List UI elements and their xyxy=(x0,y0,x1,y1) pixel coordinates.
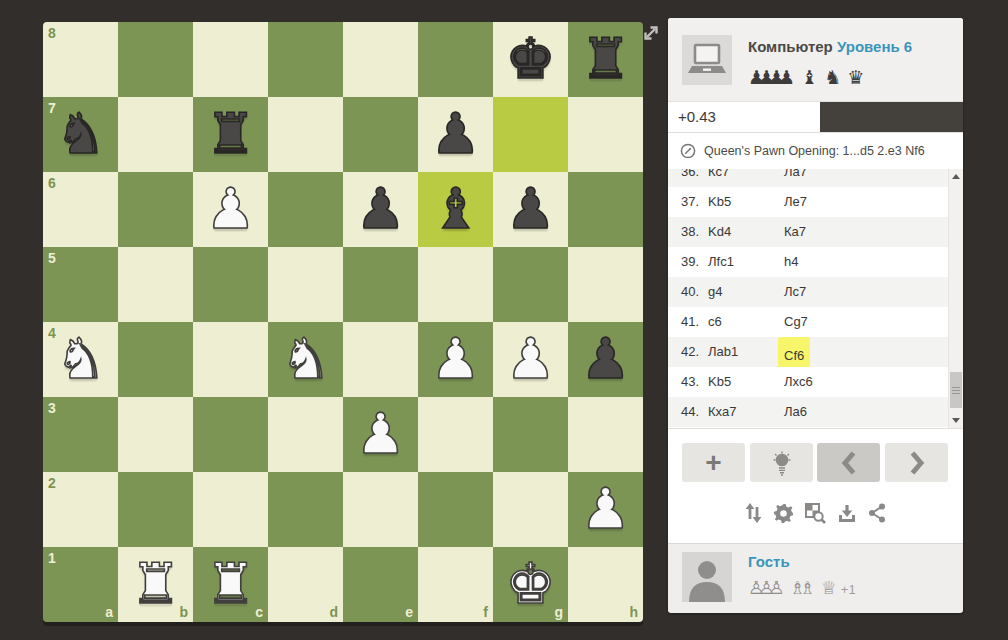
square-e1[interactable]: e xyxy=(343,547,418,622)
plus-icon: + xyxy=(705,445,721,481)
board-analysis-icon xyxy=(805,503,826,524)
rank-label-3: 3 xyxy=(48,400,56,416)
captured-white-pawns: ♙♙♙ xyxy=(748,577,778,598)
scroll-up-arrow-icon xyxy=(952,174,960,179)
white-knight[interactable]: ♞ xyxy=(268,322,343,397)
board: 8♚♜7♞♜♟6♟♟♝♟54♞♞♟♟♟3♟2♟1ab♜c♜defg♚h xyxy=(43,22,643,622)
square-h2[interactable]: ♟ xyxy=(568,472,643,547)
move-number: 39. xyxy=(681,247,699,277)
square-b3[interactable] xyxy=(118,397,193,472)
move-number: 37. xyxy=(681,187,699,217)
black-pawn[interactable]: ♟ xyxy=(418,97,493,172)
square-g1[interactable]: g♚ xyxy=(493,547,568,622)
rank-label-5: 5 xyxy=(48,250,56,266)
black-rook[interactable]: ♜ xyxy=(568,22,643,97)
chevron-left-icon xyxy=(839,450,859,476)
square-b8[interactable] xyxy=(118,22,193,97)
board-analysis-button[interactable] xyxy=(805,503,826,524)
captured-black-knight: ♞ xyxy=(824,66,841,88)
white-move[interactable]: Kb5 xyxy=(708,187,731,217)
square-f7[interactable]: ♟ xyxy=(418,97,493,172)
move-row-44: 44.Кха7Ла6 xyxy=(668,397,949,427)
black-move[interactable]: Лхс6 xyxy=(784,367,813,397)
white-move[interactable]: Kd4 xyxy=(708,217,731,247)
rank-label-8: 8 xyxy=(48,25,56,41)
move-number: 40. xyxy=(681,277,699,307)
square-c5[interactable] xyxy=(193,247,268,322)
person-icon xyxy=(682,552,732,602)
square-b1[interactable]: b♜ xyxy=(118,547,193,622)
square-d5[interactable] xyxy=(268,247,343,322)
square-h6[interactable] xyxy=(568,172,643,247)
flip-board-button[interactable] xyxy=(745,503,762,523)
white-pawn[interactable]: ♟ xyxy=(568,472,643,547)
square-a3[interactable]: 3 xyxy=(43,397,118,472)
black-move[interactable]: Ла6 xyxy=(784,397,807,427)
square-f8[interactable] xyxy=(418,22,493,97)
square-g8[interactable]: ♚ xyxy=(493,22,568,97)
compass-icon xyxy=(680,143,696,159)
square-g7[interactable] xyxy=(493,97,568,172)
white-pawn[interactable]: ♟ xyxy=(418,322,493,397)
side-panel: Компьютер Уровень 6 ♟♟♟♟♝♞♛ +0.43 Queen'… xyxy=(668,18,963,612)
move-row-42: 42.Лab1Cf6 xyxy=(668,337,949,367)
move-number: 43. xyxy=(681,367,699,397)
file-label-d: d xyxy=(329,604,338,620)
opening-name: Queen's Pawn Opening: 1...d5 2.e3 Nf6 xyxy=(704,133,925,169)
square-b6[interactable] xyxy=(118,172,193,247)
rank-label-4: 4 xyxy=(48,325,56,341)
file-label-e: e xyxy=(405,604,413,620)
square-e4[interactable] xyxy=(343,322,418,397)
white-move[interactable]: Лab1 xyxy=(708,337,738,367)
scroll-up-button[interactable] xyxy=(949,169,963,184)
move-number: 41. xyxy=(681,307,699,337)
player-name: Гость xyxy=(748,553,790,570)
square-f6[interactable]: ♝ xyxy=(418,172,493,247)
black-pawn[interactable]: ♟ xyxy=(343,172,418,247)
square-a6[interactable]: 6 xyxy=(43,172,118,247)
opponent-captured-pieces: ♟♟♟♟♝♞♛ xyxy=(748,66,870,88)
square-c6[interactable]: ♟ xyxy=(193,172,268,247)
opponent-header: Компьютер Уровень 6 ♟♟♟♟♝♞♛ xyxy=(668,18,963,102)
settings-button[interactable] xyxy=(774,504,793,523)
captured-white-queen: ♕ xyxy=(821,577,837,598)
black-move[interactable]: Ка7 xyxy=(784,217,806,247)
square-h8[interactable]: ♜ xyxy=(568,22,643,97)
download-button[interactable] xyxy=(838,504,856,523)
scrollbar-grip xyxy=(952,387,960,394)
square-b2[interactable] xyxy=(118,472,193,547)
square-h5[interactable] xyxy=(568,247,643,322)
white-move[interactable]: Kb5 xyxy=(708,367,731,397)
square-a5[interactable]: 5 xyxy=(43,247,118,322)
rank-label-2: 2 xyxy=(48,475,56,491)
opponent-name: Компьютер Уровень 6 xyxy=(748,38,912,55)
scrollbar-thumb[interactable] xyxy=(950,372,962,408)
square-a1[interactable]: 1a xyxy=(43,547,118,622)
black-move[interactable]: h4 xyxy=(784,247,798,277)
black-rook[interactable]: ♜ xyxy=(193,97,268,172)
hint-button[interactable] xyxy=(750,443,813,482)
square-f3[interactable] xyxy=(418,397,493,472)
square-g2[interactable] xyxy=(493,472,568,547)
square-h3[interactable] xyxy=(568,397,643,472)
evaluation-bar-black-portion xyxy=(820,102,963,132)
square-e2[interactable] xyxy=(343,472,418,547)
move-row-43: 43.Kb5Лхс6 xyxy=(668,367,949,397)
captured-white-bishops: ♗♗ xyxy=(789,577,809,598)
square-b4[interactable] xyxy=(118,322,193,397)
square-c7[interactable]: ♜ xyxy=(193,97,268,172)
captured-black-queen: ♛ xyxy=(847,66,864,88)
opponent-name-text: Компьютер xyxy=(748,38,833,55)
white-move[interactable]: Лfc1 xyxy=(708,247,734,277)
square-h4[interactable]: ♟ xyxy=(568,322,643,397)
square-c2[interactable] xyxy=(193,472,268,547)
square-g3[interactable] xyxy=(493,397,568,472)
page: 8♚♜7♞♜♟6♟♟♝♟54♞♞♟♟♟3♟2♟1ab♜c♜defg♚h Комп… xyxy=(0,0,1008,640)
file-label-h: h xyxy=(629,604,638,620)
square-g5[interactable] xyxy=(493,247,568,322)
square-h1[interactable]: h xyxy=(568,547,643,622)
white-move[interactable]: Кха7 xyxy=(708,397,736,427)
player-section: Гость ♙♙♙♗♗♕+1 xyxy=(668,543,963,613)
file-label-g: g xyxy=(554,604,563,620)
square-a8[interactable]: 8 xyxy=(43,22,118,97)
file-label-b: b xyxy=(179,604,188,620)
square-f2[interactable] xyxy=(418,472,493,547)
captured-black-pawns: ♟♟♟♟ xyxy=(748,66,788,88)
move-row-40: 40.g4Лс7 xyxy=(668,277,949,307)
white-move[interactable]: g4 xyxy=(708,277,722,307)
square-f1[interactable]: f xyxy=(418,547,493,622)
move-row-39: 39.Лfc1h4 xyxy=(668,247,949,277)
captured-black-bishop: ♝ xyxy=(801,66,818,88)
move-number: 44. xyxy=(681,397,699,427)
square-e8[interactable] xyxy=(343,22,418,97)
square-e7[interactable] xyxy=(343,97,418,172)
computer-avatar[interactable] xyxy=(682,35,732,85)
square-h7[interactable] xyxy=(568,97,643,172)
square-c3[interactable] xyxy=(193,397,268,472)
white-pawn[interactable]: ♟ xyxy=(343,397,418,472)
square-d2[interactable] xyxy=(268,472,343,547)
black-pawn[interactable]: ♟ xyxy=(568,322,643,397)
control-buttons: + xyxy=(668,443,963,483)
square-e3[interactable]: ♟ xyxy=(343,397,418,472)
share-icon xyxy=(868,503,886,523)
square-e5[interactable] xyxy=(343,247,418,322)
next-move-button[interactable] xyxy=(885,443,948,482)
square-d6[interactable] xyxy=(268,172,343,247)
square-b7[interactable] xyxy=(118,97,193,172)
evaluation-value: +0.43 xyxy=(678,102,716,132)
move-row-41: 41.c6Cg7 xyxy=(668,307,949,337)
square-a2[interactable]: 2 xyxy=(43,472,118,547)
white-move[interactable]: c6 xyxy=(708,307,722,337)
move-number: 38. xyxy=(681,217,699,247)
black-move[interactable]: Cg7 xyxy=(784,307,808,337)
rank-label-6: 6 xyxy=(48,175,56,191)
square-f4[interactable]: ♟ xyxy=(418,322,493,397)
computer-laptop-icon xyxy=(682,35,732,85)
square-g4[interactable]: ♟ xyxy=(493,322,568,397)
black-move[interactable]: Ла7 xyxy=(784,169,807,187)
square-d8[interactable] xyxy=(268,22,343,97)
material-advantage: +1 xyxy=(841,582,856,597)
resize-board-icon[interactable] xyxy=(642,24,660,42)
square-e6[interactable]: ♟ xyxy=(343,172,418,247)
player-avatar[interactable] xyxy=(682,552,732,602)
opponent-level: Уровень 6 xyxy=(837,38,912,55)
square-f5[interactable] xyxy=(418,247,493,322)
move-row-38: 38.Kd4Ка7 xyxy=(668,217,949,247)
square-d7[interactable] xyxy=(268,97,343,172)
square-c4[interactable] xyxy=(193,322,268,397)
scroll-down-button[interactable] xyxy=(949,413,963,428)
share-button[interactable] xyxy=(868,503,886,523)
move-number: 42. xyxy=(681,337,699,367)
evaluation-bar: +0.43 xyxy=(668,102,963,133)
move-row-37: 37.Kb5Ле7 xyxy=(668,187,949,217)
black-move[interactable]: Ле7 xyxy=(784,187,807,217)
add-move-button[interactable]: + xyxy=(682,443,745,482)
download-icon xyxy=(838,504,856,523)
black-move[interactable]: Лс7 xyxy=(784,277,806,307)
black-king[interactable]: ♚ xyxy=(493,22,568,97)
square-d1[interactable]: d xyxy=(268,547,343,622)
square-a4[interactable]: 4♞ xyxy=(43,322,118,397)
file-label-f: f xyxy=(483,604,488,620)
file-label-a: a xyxy=(105,604,113,620)
player-captured-pieces: ♙♙♙♗♗♕+1 xyxy=(748,577,856,598)
gear-icon xyxy=(774,504,793,523)
move-list: 36.Кс7Ла737.Kb5Ле738.Kd4Ка739.Лfc1h440.g… xyxy=(668,169,963,429)
move-list-scrollbar[interactable] xyxy=(948,169,963,428)
rank-label-7: 7 xyxy=(48,100,56,116)
white-move[interactable]: Кс7 xyxy=(708,169,729,187)
previous-move-button[interactable] xyxy=(817,443,880,482)
toolbar xyxy=(668,502,963,524)
move-number: 36. xyxy=(681,169,699,187)
square-d3[interactable] xyxy=(268,397,343,472)
square-g6[interactable]: ♟ xyxy=(493,172,568,247)
flip-board-icon xyxy=(745,503,762,523)
square-b5[interactable] xyxy=(118,247,193,322)
rank-label-1: 1 xyxy=(48,550,56,566)
lightbulb-icon xyxy=(771,450,793,476)
black-bishop[interactable]: ♝ xyxy=(418,172,493,247)
black-pawn[interactable]: ♟ xyxy=(493,172,568,247)
scroll-down-arrow-icon xyxy=(952,418,960,423)
file-label-c: c xyxy=(255,604,263,620)
white-pawn[interactable]: ♟ xyxy=(193,172,268,247)
square-d4[interactable]: ♞ xyxy=(268,322,343,397)
move-row-36: 36.Кс7Ла7 xyxy=(668,169,949,187)
white-pawn[interactable]: ♟ xyxy=(493,322,568,397)
opening-row[interactable]: Queen's Pawn Opening: 1...d5 2.e3 Nf6 xyxy=(668,133,963,170)
square-c8[interactable] xyxy=(193,22,268,97)
square-a7[interactable]: 7♞ xyxy=(43,97,118,172)
square-c1[interactable]: c♜ xyxy=(193,547,268,622)
chevron-right-icon xyxy=(907,450,927,476)
